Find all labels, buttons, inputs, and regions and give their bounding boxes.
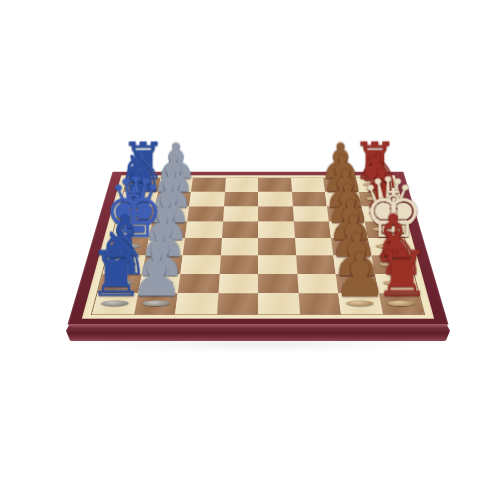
square: [220, 238, 258, 255]
square: [218, 274, 258, 294]
chess-board: ♜♟♟♜♞♟♟♞♝♟♟♝♛♟♟♛♚♟♟♚♝♟♟♝♞♟♟♞♜♟♟♜: [93, 60, 423, 416]
square: [224, 192, 258, 207]
chess-board-grid: ♜♟♟♜♞♟♟♞♝♟♟♝♛♟♟♛♚♟♟♚♝♟♟♝♞♟♟♞♜♟♟♜: [91, 178, 425, 315]
black-pawn-piece: ♟: [333, 246, 387, 303]
product-photo: ♜♟♟♜♞♟♟♞♝♟♟♝♛♟♟♛♚♟♟♚♝♟♟♝♞♟♟♞♜♟♟♜: [0, 0, 500, 500]
board-frame-top: ♜♟♟♜♞♟♟♞♝♟♟♝♛♟♟♛♚♟♟♚♝♟♟♝♞♟♟♞♜♟♟♜: [67, 172, 448, 325]
square: [258, 222, 295, 238]
square: ♟: [134, 293, 178, 314]
square: [225, 178, 258, 192]
square: [258, 178, 291, 192]
white-pawn-piece: ♟: [129, 246, 183, 303]
square: [258, 293, 299, 314]
square: [258, 238, 296, 255]
square: [217, 293, 258, 314]
square: [222, 222, 259, 238]
square: [258, 206, 293, 221]
square: ♟: [338, 293, 382, 314]
board-cream-border: ♜♟♟♜♞♟♟♞♝♟♟♝♛♟♟♛♚♟♟♚♝♟♟♝♞♟♟♞♜♟♟♜: [82, 175, 434, 318]
square: [258, 274, 298, 294]
square: [258, 192, 292, 207]
board-frame-front: [66, 324, 450, 341]
square: [219, 255, 258, 273]
square: [223, 206, 258, 221]
square: [258, 255, 297, 273]
